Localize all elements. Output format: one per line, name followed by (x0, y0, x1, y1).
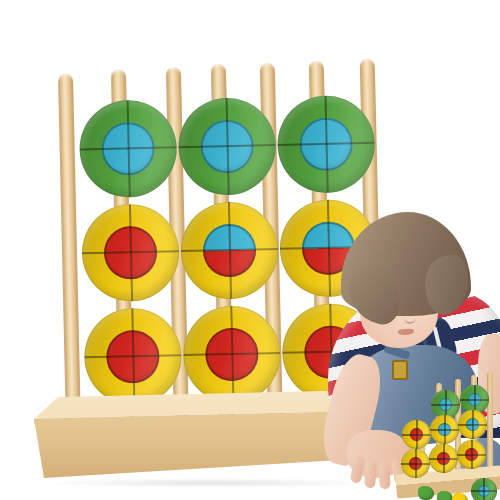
disc-shading (458, 410, 487, 439)
disc-shading (401, 449, 430, 478)
mini-disc-r2c2-yellow-red (457, 440, 486, 469)
product-photo (0, 0, 500, 500)
disc-shading (402, 420, 431, 449)
disc-shading (457, 440, 486, 469)
loose-quarter-green (418, 486, 434, 500)
mini-disc-r1c2-yellow-blue (458, 410, 487, 439)
disc-shading (429, 444, 458, 473)
mini-disc-r1c0-yellow-red (402, 420, 431, 449)
disc-shading (471, 478, 497, 500)
loose-quarter-yellow (452, 493, 468, 500)
mini-toy (0, 0, 500, 500)
disc-shading (430, 415, 459, 444)
mini-peg-5 (487, 372, 493, 472)
mini-disc-r2c1-yellow-red (429, 444, 458, 473)
mini-disc-r1c1-yellow-blue (430, 415, 459, 444)
mini-disc-r2c0-yellow-red (401, 449, 430, 478)
loose-disc-green (471, 478, 497, 500)
